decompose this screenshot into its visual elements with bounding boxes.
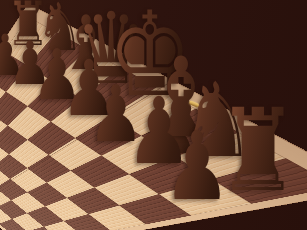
black-pawn-h7: ♟ [163, 119, 231, 214]
chessboard-photo: ♜♞♝♛♚♝♞♜♟♟♟♟♟♟♟♟ [0, 0, 307, 230]
